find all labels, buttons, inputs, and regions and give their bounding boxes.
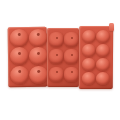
large-hemisphere-mold-cavity-bump (10, 29, 29, 47)
small-hemisphere-mold-cavity-bump (82, 57, 96, 70)
small-hemisphere-mold-cavity-bump (82, 43, 96, 56)
small-hemisphere-mold-cavity-bump (96, 30, 110, 43)
fluted-cylinder-mold-cavity-bump (64, 32, 79, 47)
small-hemisphere-mold-cavity-bump (96, 58, 110, 71)
mold-corner-tab (109, 23, 114, 31)
mold-small-hemisphere (79, 26, 113, 89)
mold-large-hemisphere (8, 27, 48, 87)
product-photo (0, 0, 120, 120)
fluted-cylinder-mold-cavity-bump (64, 67, 79, 82)
large-hemisphere-mold-cavity-bump (10, 47, 29, 65)
small-hemisphere-mold-cavity-bump (96, 44, 110, 57)
mold-fluted-cylinder (47, 28, 79, 87)
large-hemisphere-mold-cavity-bump (10, 66, 29, 84)
fluted-cylinder-mold-cavity-bump (49, 49, 64, 64)
small-hemisphere-mold-cavity-bump (96, 71, 110, 84)
large-hemisphere-mold-cavity-bump (29, 29, 48, 47)
large-hemisphere-mold-cavity-bump (29, 47, 48, 65)
fluted-cylinder-mold-cavity-bump (64, 49, 79, 64)
large-hemisphere-mold-cavity-bump (29, 66, 48, 84)
small-hemisphere-mold-cavity-bump (82, 29, 96, 42)
fluted-cylinder-mold-cavity-bump (49, 32, 64, 47)
fluted-cylinder-mold-cavity-bump (49, 67, 64, 82)
small-hemisphere-mold-cavity-bump (82, 71, 96, 84)
